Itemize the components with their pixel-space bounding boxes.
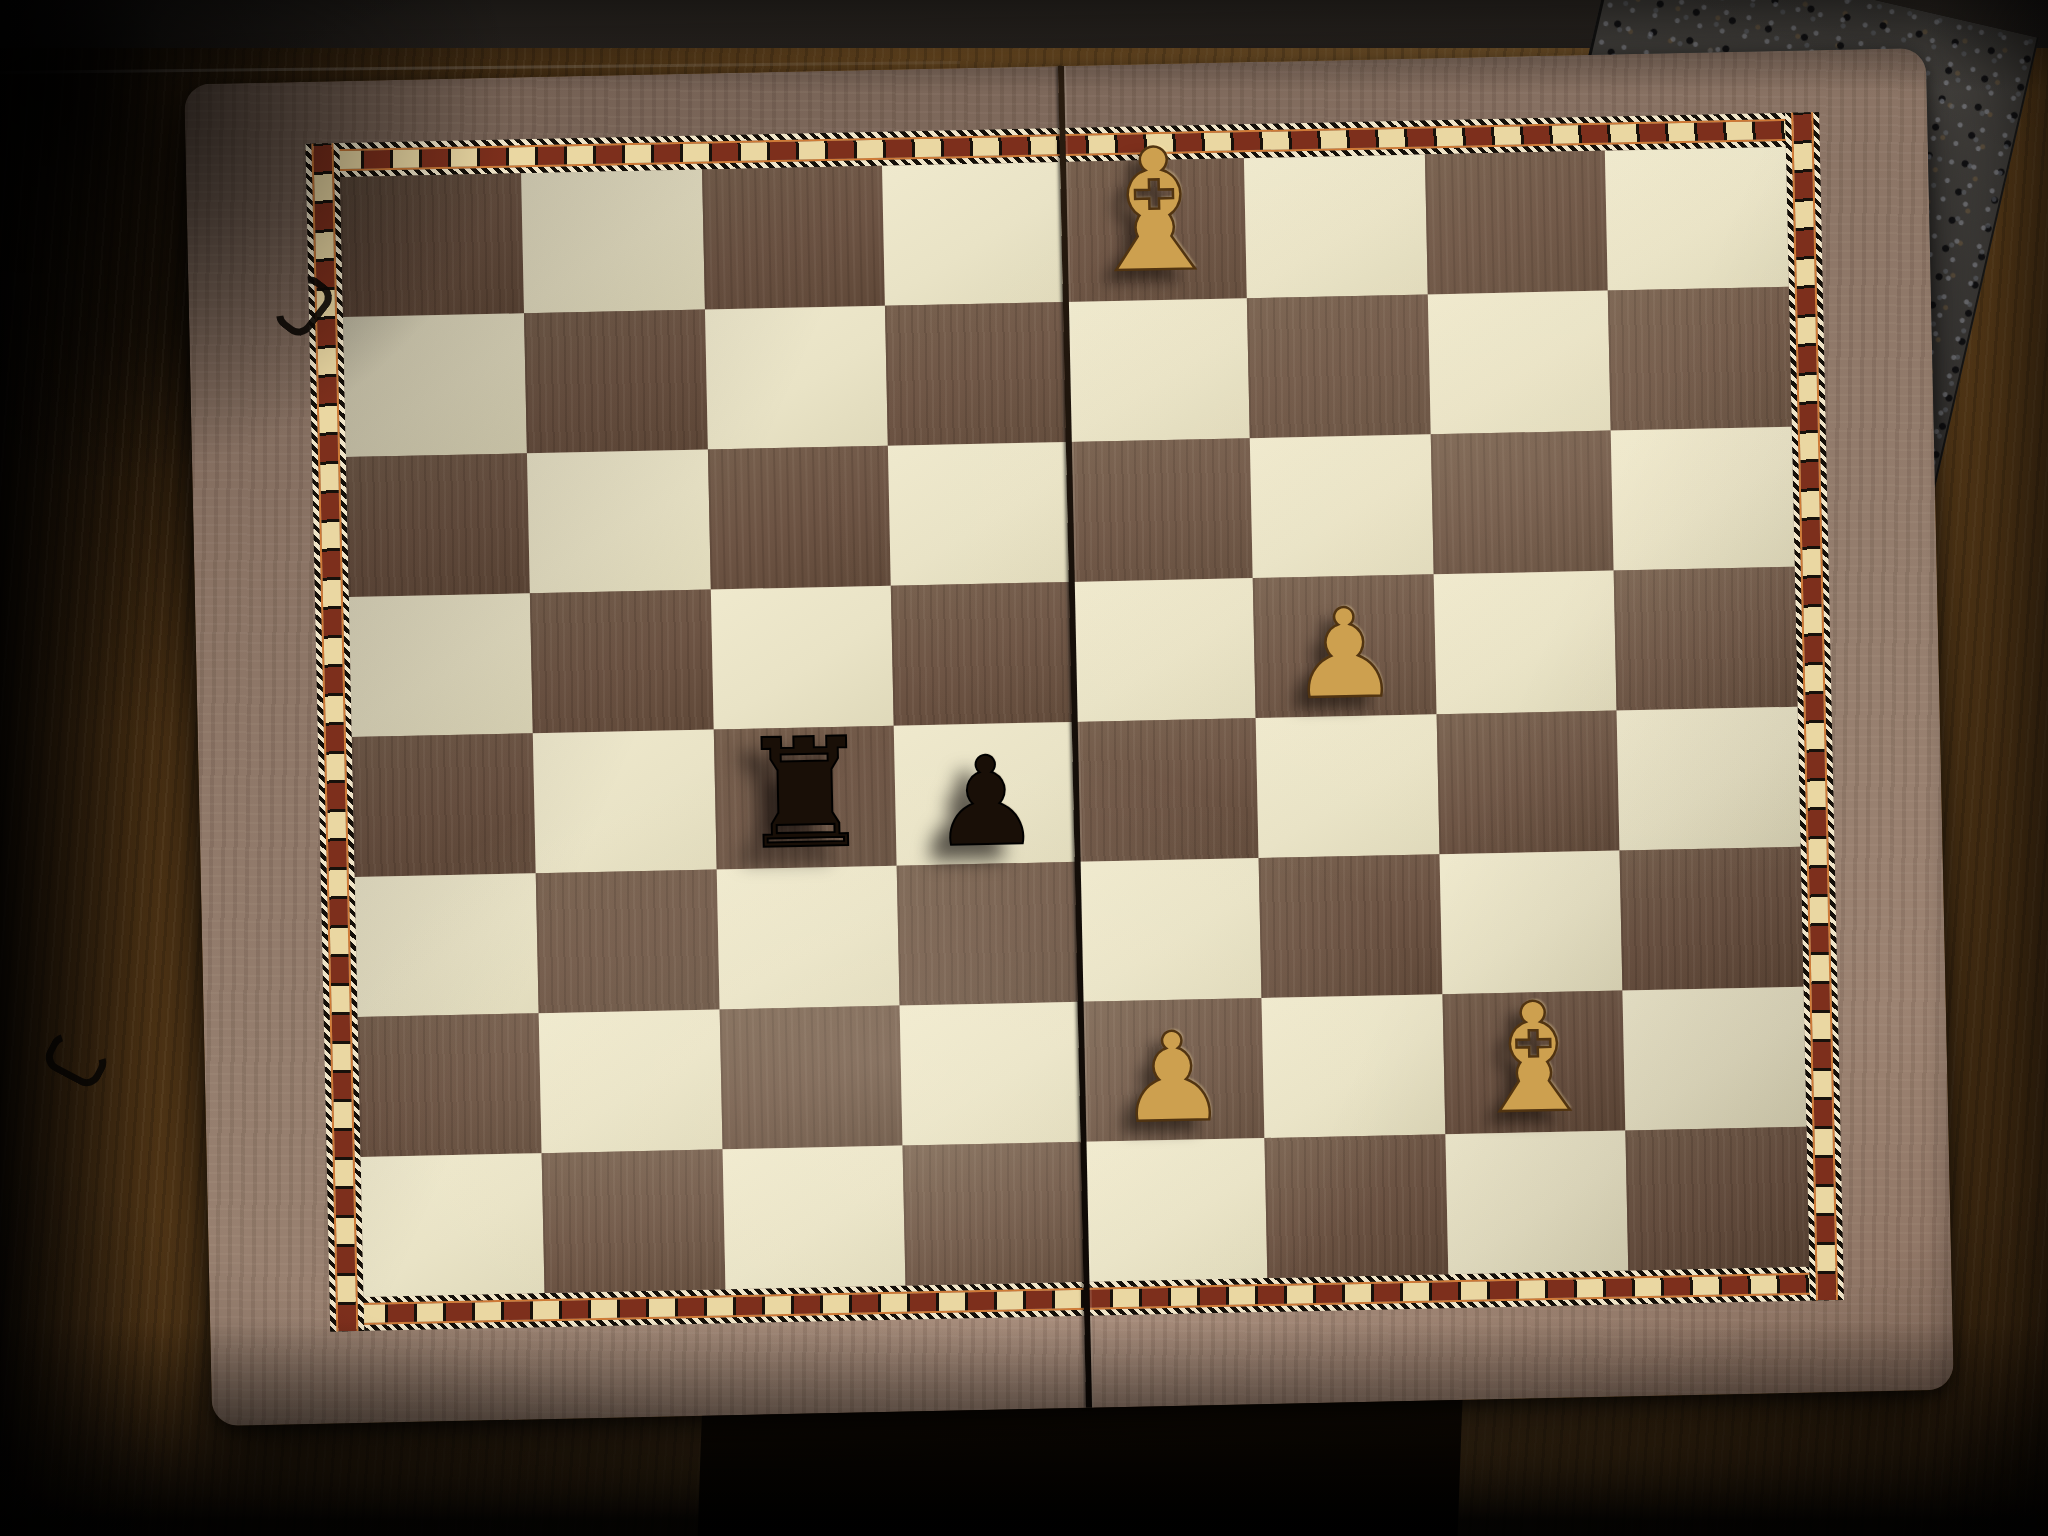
piece-white-pawn[interactable]: ♟ — [1253, 596, 1436, 716]
board-square[interactable] — [897, 862, 1081, 1006]
board-square[interactable] — [885, 302, 1069, 446]
board-square[interactable] — [903, 1142, 1087, 1286]
board-square[interactable] — [538, 1009, 722, 1153]
box-front-shadow — [698, 1400, 1463, 1536]
piece-black-rook[interactable]: ♜ — [713, 720, 897, 866]
board-square[interactable] — [1244, 154, 1428, 298]
board-square[interactable] — [349, 593, 533, 737]
board-square[interactable] — [1083, 1138, 1267, 1282]
piece-white-bishop[interactable]: ♝ — [1062, 130, 1246, 293]
board-square[interactable] — [352, 733, 536, 877]
board-square[interactable] — [1069, 438, 1253, 582]
board-square[interactable]: ♝ — [1442, 990, 1626, 1134]
piece-white-bishop[interactable]: ♝ — [1442, 985, 1626, 1131]
board-square[interactable] — [707, 446, 891, 590]
board-square[interactable] — [719, 1006, 903, 1150]
board-square[interactable] — [340, 173, 524, 317]
board-square[interactable] — [1261, 994, 1445, 1138]
board-square[interactable] — [1614, 567, 1798, 711]
board-square[interactable] — [1255, 714, 1439, 858]
board-square[interactable] — [535, 869, 719, 1013]
piece-black-pawn[interactable]: ♟ — [894, 743, 1077, 863]
board-square[interactable] — [358, 1013, 542, 1157]
board-square[interactable] — [704, 306, 888, 450]
board-square[interactable] — [1445, 1130, 1629, 1274]
board-square[interactable] — [1611, 427, 1795, 571]
board-square[interactable] — [533, 729, 717, 873]
board-square[interactable] — [530, 589, 714, 733]
mosaic-border: ♝♟♜♟♟♝ — [305, 112, 1844, 1331]
board-square[interactable] — [1430, 431, 1614, 575]
board-square[interactable] — [1247, 294, 1431, 438]
board-square[interactable] — [900, 1002, 1084, 1146]
board-square[interactable] — [1608, 287, 1792, 431]
piece-white-pawn[interactable]: ♟ — [1081, 1019, 1264, 1139]
board-square[interactable] — [521, 170, 705, 314]
board-square[interactable] — [541, 1149, 725, 1293]
board-square[interactable]: ♟ — [1081, 998, 1265, 1142]
board-square[interactable] — [346, 453, 530, 597]
board-square[interactable] — [882, 162, 1066, 306]
board-square[interactable] — [1620, 847, 1804, 991]
board-square[interactable] — [1605, 147, 1789, 291]
board-square[interactable] — [1623, 987, 1807, 1131]
chess-board-box: ♝♟♜♟♟♝ — [184, 48, 1954, 1426]
board-square[interactable] — [1250, 434, 1434, 578]
board-square[interactable] — [722, 1146, 906, 1290]
board-square[interactable] — [343, 313, 527, 457]
board-square[interactable] — [1427, 291, 1611, 435]
board-square[interactable] — [524, 310, 708, 454]
board-square[interactable]: ♟ — [1252, 574, 1436, 718]
board-square[interactable] — [1433, 571, 1617, 715]
board-square[interactable] — [361, 1153, 545, 1297]
board-square[interactable] — [888, 442, 1072, 586]
board-square[interactable] — [1617, 707, 1801, 851]
board-square[interactable]: ♝ — [1063, 158, 1247, 302]
board-square[interactable] — [1264, 1134, 1448, 1278]
board-square[interactable] — [1066, 298, 1250, 442]
board-square[interactable] — [527, 450, 711, 594]
board-square[interactable] — [1078, 858, 1262, 1002]
board-square[interactable] — [716, 866, 900, 1010]
board-square[interactable] — [1075, 718, 1259, 862]
photo-scene: ♝♟♜♟♟♝ 4B3/8/8/5P2/2rp4/8/4P1B1/8 w - - … — [0, 0, 2048, 1536]
board-square[interactable] — [1258, 854, 1442, 998]
board-square[interactable] — [1424, 151, 1608, 295]
board-square[interactable] — [702, 166, 886, 310]
board-square[interactable] — [1072, 578, 1256, 722]
board-square[interactable]: ♟ — [894, 722, 1078, 866]
board-square[interactable] — [891, 582, 1075, 726]
board-square[interactable] — [1436, 711, 1620, 855]
board-square[interactable]: ♜ — [713, 726, 897, 870]
board-square[interactable] — [1626, 1127, 1810, 1271]
board-square[interactable] — [355, 873, 539, 1017]
